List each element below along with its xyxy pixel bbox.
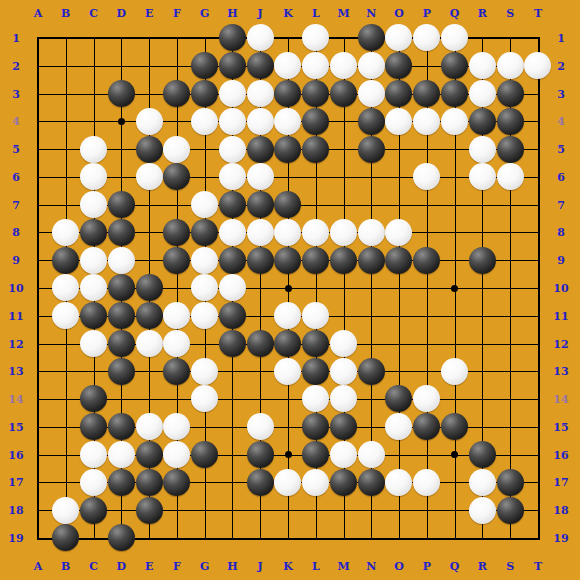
board-cell-L8[interactable] bbox=[302, 218, 330, 246]
board-cell-A12[interactable] bbox=[24, 330, 52, 358]
board-cell-B5[interactable] bbox=[52, 135, 80, 163]
board-cell-S19[interactable] bbox=[496, 524, 524, 552]
board-cell-Q14[interactable] bbox=[441, 385, 469, 413]
board-cell-D4[interactable] bbox=[107, 107, 135, 135]
board-cell-G13[interactable] bbox=[191, 357, 219, 385]
board-cell-H11[interactable] bbox=[218, 302, 246, 330]
board-cell-M9[interactable] bbox=[330, 246, 358, 274]
board-cell-H9[interactable] bbox=[218, 246, 246, 274]
board-cell-F13[interactable] bbox=[163, 357, 191, 385]
board-cell-S15[interactable] bbox=[496, 413, 524, 441]
board-cell-S11[interactable] bbox=[496, 302, 524, 330]
board-cell-O8[interactable] bbox=[385, 218, 413, 246]
board-cell-D19[interactable] bbox=[107, 524, 135, 552]
board-cell-K18[interactable] bbox=[274, 496, 302, 524]
board-cell-S1[interactable] bbox=[496, 24, 524, 52]
board-cell-S5[interactable] bbox=[496, 135, 524, 163]
board-cell-K5[interactable] bbox=[274, 135, 302, 163]
board-cell-G3[interactable] bbox=[191, 80, 219, 108]
board-cell-O13[interactable] bbox=[385, 357, 413, 385]
board-cell-M4[interactable] bbox=[330, 107, 358, 135]
board-cell-C4[interactable] bbox=[80, 107, 108, 135]
board-cell-F8[interactable] bbox=[163, 218, 191, 246]
board-cell-R7[interactable] bbox=[468, 191, 496, 219]
board-cell-G5[interactable] bbox=[191, 135, 219, 163]
board-cell-H12[interactable] bbox=[218, 330, 246, 358]
board-cell-R11[interactable] bbox=[468, 302, 496, 330]
board-cell-G17[interactable] bbox=[191, 468, 219, 496]
board-cell-J8[interactable] bbox=[246, 218, 274, 246]
board-cell-T4[interactable] bbox=[524, 107, 552, 135]
board-cell-E12[interactable] bbox=[135, 330, 163, 358]
board-cell-J6[interactable] bbox=[246, 163, 274, 191]
board-cell-P13[interactable] bbox=[413, 357, 441, 385]
board-cell-L1[interactable] bbox=[302, 24, 330, 52]
board-cell-K10[interactable] bbox=[274, 274, 302, 302]
board-cell-F14[interactable] bbox=[163, 385, 191, 413]
board-cell-N13[interactable] bbox=[357, 357, 385, 385]
board-cell-M16[interactable] bbox=[330, 441, 358, 469]
board-cell-O19[interactable] bbox=[385, 524, 413, 552]
board-cell-D6[interactable] bbox=[107, 163, 135, 191]
board-cell-H1[interactable] bbox=[218, 24, 246, 52]
board-cell-B11[interactable] bbox=[52, 302, 80, 330]
board-cell-P11[interactable] bbox=[413, 302, 441, 330]
board-cell-T17[interactable] bbox=[524, 468, 552, 496]
board-cell-T18[interactable] bbox=[524, 496, 552, 524]
board-cell-N17[interactable] bbox=[357, 468, 385, 496]
board-cell-G4[interactable] bbox=[191, 107, 219, 135]
board-cell-P5[interactable] bbox=[413, 135, 441, 163]
board-cell-A2[interactable] bbox=[24, 52, 52, 80]
board-cell-K11[interactable] bbox=[274, 302, 302, 330]
board-cell-T14[interactable] bbox=[524, 385, 552, 413]
board-cell-E13[interactable] bbox=[135, 357, 163, 385]
board-cell-H6[interactable] bbox=[218, 163, 246, 191]
board-cell-S6[interactable] bbox=[496, 163, 524, 191]
board-cell-J3[interactable] bbox=[246, 80, 274, 108]
board-cell-R6[interactable] bbox=[468, 163, 496, 191]
board-cell-N14[interactable] bbox=[357, 385, 385, 413]
board-cell-P9[interactable] bbox=[413, 246, 441, 274]
board-cell-E10[interactable] bbox=[135, 274, 163, 302]
board-cell-S10[interactable] bbox=[496, 274, 524, 302]
board-cell-M14[interactable] bbox=[330, 385, 358, 413]
board-cell-H14[interactable] bbox=[218, 385, 246, 413]
board-cell-T1[interactable] bbox=[524, 24, 552, 52]
board-cell-A10[interactable] bbox=[24, 274, 52, 302]
board-cell-K8[interactable] bbox=[274, 218, 302, 246]
board-cell-Q16[interactable] bbox=[441, 441, 469, 469]
board-cell-R13[interactable] bbox=[468, 357, 496, 385]
board-cell-L6[interactable] bbox=[302, 163, 330, 191]
board-cell-B2[interactable] bbox=[52, 52, 80, 80]
board-cell-C7[interactable] bbox=[80, 191, 108, 219]
board-cell-K9[interactable] bbox=[274, 246, 302, 274]
board-cell-C2[interactable] bbox=[80, 52, 108, 80]
board-cell-F10[interactable] bbox=[163, 274, 191, 302]
board-cell-P14[interactable] bbox=[413, 385, 441, 413]
board-cell-J11[interactable] bbox=[246, 302, 274, 330]
board-cell-P2[interactable] bbox=[413, 52, 441, 80]
board-cell-D1[interactable] bbox=[107, 24, 135, 52]
board-cell-F15[interactable] bbox=[163, 413, 191, 441]
board-cell-O10[interactable] bbox=[385, 274, 413, 302]
board-cell-R18[interactable] bbox=[468, 496, 496, 524]
board-cell-R12[interactable] bbox=[468, 330, 496, 358]
board-cell-N1[interactable] bbox=[357, 24, 385, 52]
board-cell-C13[interactable] bbox=[80, 357, 108, 385]
board-cell-P12[interactable] bbox=[413, 330, 441, 358]
board-cell-Q19[interactable] bbox=[441, 524, 469, 552]
board-cell-L11[interactable] bbox=[302, 302, 330, 330]
board-cell-J1[interactable] bbox=[246, 24, 274, 52]
board-cell-Q11[interactable] bbox=[441, 302, 469, 330]
board-cell-L10[interactable] bbox=[302, 274, 330, 302]
board-cell-C17[interactable] bbox=[80, 468, 108, 496]
board-cell-B6[interactable] bbox=[52, 163, 80, 191]
board-cell-O18[interactable] bbox=[385, 496, 413, 524]
board-cell-T10[interactable] bbox=[524, 274, 552, 302]
board-cell-F17[interactable] bbox=[163, 468, 191, 496]
board-cell-Q7[interactable] bbox=[441, 191, 469, 219]
board-cell-Q9[interactable] bbox=[441, 246, 469, 274]
board-cell-R8[interactable] bbox=[468, 218, 496, 246]
board-cell-Q2[interactable] bbox=[441, 52, 469, 80]
board-cell-Q12[interactable] bbox=[441, 330, 469, 358]
board-cell-K7[interactable] bbox=[274, 191, 302, 219]
board-cell-H18[interactable] bbox=[218, 496, 246, 524]
board-cell-R9[interactable] bbox=[468, 246, 496, 274]
board-cell-P7[interactable] bbox=[413, 191, 441, 219]
board-cell-N19[interactable] bbox=[357, 524, 385, 552]
board-cell-M2[interactable] bbox=[330, 52, 358, 80]
board-cell-N3[interactable] bbox=[357, 80, 385, 108]
board-cell-G7[interactable] bbox=[191, 191, 219, 219]
board-cell-F16[interactable] bbox=[163, 441, 191, 469]
board-cell-N15[interactable] bbox=[357, 413, 385, 441]
board-cell-A15[interactable] bbox=[24, 413, 52, 441]
board-cell-B18[interactable] bbox=[52, 496, 80, 524]
board-cell-H4[interactable] bbox=[218, 107, 246, 135]
board-cell-K3[interactable] bbox=[274, 80, 302, 108]
board-cell-G12[interactable] bbox=[191, 330, 219, 358]
board-cell-E4[interactable] bbox=[135, 107, 163, 135]
board-cell-B3[interactable] bbox=[52, 80, 80, 108]
board-cell-P18[interactable] bbox=[413, 496, 441, 524]
board-cell-D12[interactable] bbox=[107, 330, 135, 358]
board-cell-M3[interactable] bbox=[330, 80, 358, 108]
board-cell-D14[interactable] bbox=[107, 385, 135, 413]
board-cell-F9[interactable] bbox=[163, 246, 191, 274]
board-cell-G2[interactable] bbox=[191, 52, 219, 80]
board-cell-E19[interactable] bbox=[135, 524, 163, 552]
board-cell-N16[interactable] bbox=[357, 441, 385, 469]
board-cell-R19[interactable] bbox=[468, 524, 496, 552]
board-cell-C10[interactable] bbox=[80, 274, 108, 302]
board-cell-P19[interactable] bbox=[413, 524, 441, 552]
board-cell-A8[interactable] bbox=[24, 218, 52, 246]
board-cell-S4[interactable] bbox=[496, 107, 524, 135]
board-cell-K13[interactable] bbox=[274, 357, 302, 385]
board-cell-Q5[interactable] bbox=[441, 135, 469, 163]
board-cell-H7[interactable] bbox=[218, 191, 246, 219]
board-cell-C11[interactable] bbox=[80, 302, 108, 330]
board-cell-O1[interactable] bbox=[385, 24, 413, 52]
board-cell-J19[interactable] bbox=[246, 524, 274, 552]
board-cell-T15[interactable] bbox=[524, 413, 552, 441]
board-cell-A18[interactable] bbox=[24, 496, 52, 524]
board-cell-C5[interactable] bbox=[80, 135, 108, 163]
board-cell-C9[interactable] bbox=[80, 246, 108, 274]
board-cell-F12[interactable] bbox=[163, 330, 191, 358]
board-cell-M7[interactable] bbox=[330, 191, 358, 219]
board-cell-S2[interactable] bbox=[496, 52, 524, 80]
board-cell-G18[interactable] bbox=[191, 496, 219, 524]
board-cell-K4[interactable] bbox=[274, 107, 302, 135]
board-cell-K12[interactable] bbox=[274, 330, 302, 358]
board-cell-N2[interactable] bbox=[357, 52, 385, 80]
board-cell-P4[interactable] bbox=[413, 107, 441, 135]
board-cell-N8[interactable] bbox=[357, 218, 385, 246]
board-cell-L3[interactable] bbox=[302, 80, 330, 108]
board-cell-B8[interactable] bbox=[52, 218, 80, 246]
board-cell-A9[interactable] bbox=[24, 246, 52, 274]
board-cell-R3[interactable] bbox=[468, 80, 496, 108]
board-cell-L15[interactable] bbox=[302, 413, 330, 441]
board-cell-H10[interactable] bbox=[218, 274, 246, 302]
board-cell-N12[interactable] bbox=[357, 330, 385, 358]
board-cell-S3[interactable] bbox=[496, 80, 524, 108]
board-cell-P16[interactable] bbox=[413, 441, 441, 469]
board-cell-T9[interactable] bbox=[524, 246, 552, 274]
board-cell-E15[interactable] bbox=[135, 413, 163, 441]
board-cell-S18[interactable] bbox=[496, 496, 524, 524]
board-cell-E8[interactable] bbox=[135, 218, 163, 246]
board-cell-L2[interactable] bbox=[302, 52, 330, 80]
board-cell-M19[interactable] bbox=[330, 524, 358, 552]
board-cell-G1[interactable] bbox=[191, 24, 219, 52]
board-cell-N4[interactable] bbox=[357, 107, 385, 135]
board-cell-Q3[interactable] bbox=[441, 80, 469, 108]
board-cell-L4[interactable] bbox=[302, 107, 330, 135]
board-cell-J18[interactable] bbox=[246, 496, 274, 524]
board-cell-H3[interactable] bbox=[218, 80, 246, 108]
board-cell-F4[interactable] bbox=[163, 107, 191, 135]
board-cell-C15[interactable] bbox=[80, 413, 108, 441]
board-cell-D11[interactable] bbox=[107, 302, 135, 330]
board-cell-C18[interactable] bbox=[80, 496, 108, 524]
board-cell-N5[interactable] bbox=[357, 135, 385, 163]
board-cell-J14[interactable] bbox=[246, 385, 274, 413]
board-cell-F1[interactable] bbox=[163, 24, 191, 52]
board-cell-G15[interactable] bbox=[191, 413, 219, 441]
board-cell-E16[interactable] bbox=[135, 441, 163, 469]
board-cell-S7[interactable] bbox=[496, 191, 524, 219]
board-cell-L17[interactable] bbox=[302, 468, 330, 496]
board-cell-A14[interactable] bbox=[24, 385, 52, 413]
board-cell-C12[interactable] bbox=[80, 330, 108, 358]
board-cell-L9[interactable] bbox=[302, 246, 330, 274]
board-cell-D9[interactable] bbox=[107, 246, 135, 274]
board-cell-H15[interactable] bbox=[218, 413, 246, 441]
board-cell-O5[interactable] bbox=[385, 135, 413, 163]
board-cell-R14[interactable] bbox=[468, 385, 496, 413]
board-cell-D7[interactable] bbox=[107, 191, 135, 219]
board-cell-S17[interactable] bbox=[496, 468, 524, 496]
board-cell-L18[interactable] bbox=[302, 496, 330, 524]
board-cell-Q17[interactable] bbox=[441, 468, 469, 496]
board-cell-K15[interactable] bbox=[274, 413, 302, 441]
board-cell-B19[interactable] bbox=[52, 524, 80, 552]
board-cell-N9[interactable] bbox=[357, 246, 385, 274]
board-cell-K2[interactable] bbox=[274, 52, 302, 80]
board-cell-J4[interactable] bbox=[246, 107, 274, 135]
board-cell-Q8[interactable] bbox=[441, 218, 469, 246]
board-cell-B9[interactable] bbox=[52, 246, 80, 274]
board-cell-E3[interactable] bbox=[135, 80, 163, 108]
board-cell-Q4[interactable] bbox=[441, 107, 469, 135]
board-cell-F3[interactable] bbox=[163, 80, 191, 108]
board-cell-C6[interactable] bbox=[80, 163, 108, 191]
board-cell-J15[interactable] bbox=[246, 413, 274, 441]
board-cell-Q15[interactable] bbox=[441, 413, 469, 441]
board-cell-C3[interactable] bbox=[80, 80, 108, 108]
board-cell-T6[interactable] bbox=[524, 163, 552, 191]
board-cell-T7[interactable] bbox=[524, 191, 552, 219]
board-cell-E7[interactable] bbox=[135, 191, 163, 219]
board-cell-O6[interactable] bbox=[385, 163, 413, 191]
board-cell-A19[interactable] bbox=[24, 524, 52, 552]
board-cell-H16[interactable] bbox=[218, 441, 246, 469]
board-cell-H8[interactable] bbox=[218, 218, 246, 246]
board-cell-E6[interactable] bbox=[135, 163, 163, 191]
board-cell-T3[interactable] bbox=[524, 80, 552, 108]
board-cell-R5[interactable] bbox=[468, 135, 496, 163]
board-cell-G9[interactable] bbox=[191, 246, 219, 274]
board-cell-C16[interactable] bbox=[80, 441, 108, 469]
board-cell-E17[interactable] bbox=[135, 468, 163, 496]
board-cell-S14[interactable] bbox=[496, 385, 524, 413]
board-cell-O12[interactable] bbox=[385, 330, 413, 358]
board-cell-R15[interactable] bbox=[468, 413, 496, 441]
board-cell-D17[interactable] bbox=[107, 468, 135, 496]
board-cell-M18[interactable] bbox=[330, 496, 358, 524]
board-cell-B17[interactable] bbox=[52, 468, 80, 496]
board-cell-S16[interactable] bbox=[496, 441, 524, 469]
board-cell-A13[interactable] bbox=[24, 357, 52, 385]
board-cell-G6[interactable] bbox=[191, 163, 219, 191]
board-cell-R17[interactable] bbox=[468, 468, 496, 496]
board-cell-P15[interactable] bbox=[413, 413, 441, 441]
board-cell-A11[interactable] bbox=[24, 302, 52, 330]
board-cell-J13[interactable] bbox=[246, 357, 274, 385]
board-cell-G8[interactable] bbox=[191, 218, 219, 246]
board-cell-A3[interactable] bbox=[24, 80, 52, 108]
board-cell-S8[interactable] bbox=[496, 218, 524, 246]
board-cell-O2[interactable] bbox=[385, 52, 413, 80]
board-cell-K6[interactable] bbox=[274, 163, 302, 191]
board-cell-M15[interactable] bbox=[330, 413, 358, 441]
board-cell-L12[interactable] bbox=[302, 330, 330, 358]
board-cell-P3[interactable] bbox=[413, 80, 441, 108]
board-cell-E18[interactable] bbox=[135, 496, 163, 524]
board-cell-E5[interactable] bbox=[135, 135, 163, 163]
board-cell-O3[interactable] bbox=[385, 80, 413, 108]
board-cell-B15[interactable] bbox=[52, 413, 80, 441]
board-cell-R2[interactable] bbox=[468, 52, 496, 80]
board-cell-Q1[interactable] bbox=[441, 24, 469, 52]
board-cell-F19[interactable] bbox=[163, 524, 191, 552]
board-cell-P17[interactable] bbox=[413, 468, 441, 496]
board-cell-M10[interactable] bbox=[330, 274, 358, 302]
board-cell-R10[interactable] bbox=[468, 274, 496, 302]
board-cell-L19[interactable] bbox=[302, 524, 330, 552]
board-cell-H2[interactable] bbox=[218, 52, 246, 80]
board-cell-S12[interactable] bbox=[496, 330, 524, 358]
board-cell-J9[interactable] bbox=[246, 246, 274, 274]
board-cell-M11[interactable] bbox=[330, 302, 358, 330]
board-cell-E9[interactable] bbox=[135, 246, 163, 274]
board-cell-T19[interactable] bbox=[524, 524, 552, 552]
board-cell-H17[interactable] bbox=[218, 468, 246, 496]
board-cell-P1[interactable] bbox=[413, 24, 441, 52]
board-cell-K17[interactable] bbox=[274, 468, 302, 496]
board-cell-O4[interactable] bbox=[385, 107, 413, 135]
board-cell-D10[interactable] bbox=[107, 274, 135, 302]
board-cell-B14[interactable] bbox=[52, 385, 80, 413]
board-cell-D2[interactable] bbox=[107, 52, 135, 80]
board-cell-H19[interactable] bbox=[218, 524, 246, 552]
board-cell-M13[interactable] bbox=[330, 357, 358, 385]
board-cell-J12[interactable] bbox=[246, 330, 274, 358]
board-cell-M17[interactable] bbox=[330, 468, 358, 496]
board-cell-C14[interactable] bbox=[80, 385, 108, 413]
board-cell-K16[interactable] bbox=[274, 441, 302, 469]
board-cell-N10[interactable] bbox=[357, 274, 385, 302]
board-cell-A6[interactable] bbox=[24, 163, 52, 191]
board-cell-M5[interactable] bbox=[330, 135, 358, 163]
board-cell-H13[interactable] bbox=[218, 357, 246, 385]
board-cell-M1[interactable] bbox=[330, 24, 358, 52]
board-cell-N18[interactable] bbox=[357, 496, 385, 524]
board-cell-F5[interactable] bbox=[163, 135, 191, 163]
board-cell-J2[interactable] bbox=[246, 52, 274, 80]
board-cell-D3[interactable] bbox=[107, 80, 135, 108]
board-cell-F18[interactable] bbox=[163, 496, 191, 524]
board-cell-O17[interactable] bbox=[385, 468, 413, 496]
board-cell-J16[interactable] bbox=[246, 441, 274, 469]
board-cell-O15[interactable] bbox=[385, 413, 413, 441]
board-cell-A7[interactable] bbox=[24, 191, 52, 219]
board-cell-G11[interactable] bbox=[191, 302, 219, 330]
board-cell-R16[interactable] bbox=[468, 441, 496, 469]
board-cell-G19[interactable] bbox=[191, 524, 219, 552]
board-cell-P6[interactable] bbox=[413, 163, 441, 191]
board-cell-J5[interactable] bbox=[246, 135, 274, 163]
board-cell-T2[interactable] bbox=[524, 52, 552, 80]
board-cell-D15[interactable] bbox=[107, 413, 135, 441]
board-cell-E14[interactable] bbox=[135, 385, 163, 413]
board-cell-F6[interactable] bbox=[163, 163, 191, 191]
board-cell-T8[interactable] bbox=[524, 218, 552, 246]
board-cell-T12[interactable] bbox=[524, 330, 552, 358]
board-cell-O9[interactable] bbox=[385, 246, 413, 274]
board-cell-S13[interactable] bbox=[496, 357, 524, 385]
board-cell-O16[interactable] bbox=[385, 441, 413, 469]
board-cell-N7[interactable] bbox=[357, 191, 385, 219]
board-cell-O11[interactable] bbox=[385, 302, 413, 330]
